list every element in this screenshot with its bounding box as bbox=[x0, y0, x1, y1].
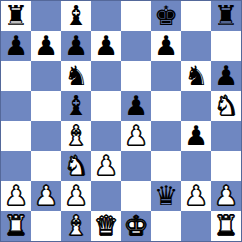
square-f3[interactable] bbox=[151, 151, 181, 181]
square-f4[interactable] bbox=[151, 121, 181, 151]
piece-white-bishop: ♝ bbox=[64, 121, 88, 151]
square-g1[interactable] bbox=[181, 211, 211, 241]
piece-black-pawn: ♟ bbox=[214, 61, 238, 91]
square-g4[interactable]: ♟ bbox=[181, 121, 211, 151]
square-h4[interactable] bbox=[211, 121, 241, 151]
square-b4[interactable] bbox=[31, 121, 61, 151]
square-g7[interactable] bbox=[181, 31, 211, 61]
square-e8[interactable] bbox=[121, 1, 151, 31]
square-e1[interactable]: ♚ bbox=[121, 211, 151, 241]
piece-black-bishop: ♝ bbox=[64, 91, 88, 121]
piece-white-pawn: ♟ bbox=[124, 121, 148, 151]
piece-black-knight: ♞ bbox=[64, 61, 88, 91]
piece-black-pawn: ♟ bbox=[34, 31, 58, 61]
piece-black-pawn: ♟ bbox=[184, 121, 208, 151]
square-a8[interactable]: ♜ bbox=[1, 1, 31, 31]
square-e6[interactable] bbox=[121, 61, 151, 91]
piece-black-king: ♚ bbox=[154, 1, 178, 31]
piece-white-king: ♚ bbox=[124, 211, 148, 241]
square-b1[interactable] bbox=[31, 211, 61, 241]
square-c7[interactable]: ♟ bbox=[61, 31, 91, 61]
piece-white-pawn: ♟ bbox=[94, 151, 118, 181]
piece-white-rook: ♜ bbox=[214, 211, 238, 241]
square-b7[interactable]: ♟ bbox=[31, 31, 61, 61]
square-f6[interactable] bbox=[151, 61, 181, 91]
square-a1[interactable]: ♜ bbox=[1, 211, 31, 241]
piece-white-knight: ♞ bbox=[214, 91, 238, 121]
piece-white-pawn: ♟ bbox=[34, 181, 58, 211]
square-e5[interactable]: ♟ bbox=[121, 91, 151, 121]
piece-black-knight: ♞ bbox=[184, 61, 208, 91]
square-h3[interactable] bbox=[211, 151, 241, 181]
piece-white-pawn: ♟ bbox=[184, 181, 208, 211]
square-a5[interactable] bbox=[1, 91, 31, 121]
square-c8[interactable]: ♝ bbox=[61, 1, 91, 31]
square-c6[interactable]: ♞ bbox=[61, 61, 91, 91]
square-c1[interactable]: ♝ bbox=[61, 211, 91, 241]
square-c3[interactable]: ♞ bbox=[61, 151, 91, 181]
square-h1[interactable]: ♜ bbox=[211, 211, 241, 241]
square-b8[interactable] bbox=[31, 1, 61, 31]
square-f7[interactable]: ♟ bbox=[151, 31, 181, 61]
piece-black-queen: ♛ bbox=[154, 181, 178, 211]
square-c4[interactable]: ♝ bbox=[61, 121, 91, 151]
square-b3[interactable] bbox=[31, 151, 61, 181]
square-a7[interactable]: ♟ bbox=[1, 31, 31, 61]
piece-white-rook: ♜ bbox=[4, 211, 28, 241]
square-h8[interactable]: ♜ bbox=[211, 1, 241, 31]
square-a4[interactable] bbox=[1, 121, 31, 151]
square-b5[interactable] bbox=[31, 91, 61, 121]
square-b2[interactable]: ♟ bbox=[31, 181, 61, 211]
piece-black-pawn: ♟ bbox=[4, 31, 28, 61]
square-f1[interactable] bbox=[151, 211, 181, 241]
square-g5[interactable] bbox=[181, 91, 211, 121]
square-b6[interactable] bbox=[31, 61, 61, 91]
square-g8[interactable] bbox=[181, 1, 211, 31]
piece-white-pawn: ♟ bbox=[4, 181, 28, 211]
square-d2[interactable] bbox=[91, 181, 121, 211]
square-h2[interactable]: ♟ bbox=[211, 181, 241, 211]
piece-black-pawn: ♟ bbox=[124, 91, 148, 121]
square-h7[interactable] bbox=[211, 31, 241, 61]
chess-board: ♜♝♚♜♟♟♟♟♟♞♞♟♝♟♞♝♟♟♞♟♟♟♟♛♟♟♜♝♛♚♜ bbox=[0, 0, 242, 242]
square-f5[interactable] bbox=[151, 91, 181, 121]
square-c5[interactable]: ♝ bbox=[61, 91, 91, 121]
square-h5[interactable]: ♞ bbox=[211, 91, 241, 121]
square-a2[interactable]: ♟ bbox=[1, 181, 31, 211]
square-d7[interactable]: ♟ bbox=[91, 31, 121, 61]
square-e2[interactable] bbox=[121, 181, 151, 211]
square-g3[interactable] bbox=[181, 151, 211, 181]
piece-white-knight: ♞ bbox=[64, 151, 88, 181]
square-d3[interactable]: ♟ bbox=[91, 151, 121, 181]
piece-black-bishop: ♝ bbox=[64, 1, 88, 31]
square-h6[interactable]: ♟ bbox=[211, 61, 241, 91]
square-a6[interactable] bbox=[1, 61, 31, 91]
piece-black-pawn: ♟ bbox=[94, 31, 118, 61]
square-e7[interactable] bbox=[121, 31, 151, 61]
piece-black-rook: ♜ bbox=[214, 1, 238, 31]
piece-white-queen: ♛ bbox=[94, 211, 118, 241]
square-d1[interactable]: ♛ bbox=[91, 211, 121, 241]
square-f2[interactable]: ♛ bbox=[151, 181, 181, 211]
square-e4[interactable]: ♟ bbox=[121, 121, 151, 151]
piece-black-pawn: ♟ bbox=[154, 31, 178, 61]
piece-white-pawn: ♟ bbox=[214, 181, 238, 211]
piece-black-rook: ♜ bbox=[4, 1, 28, 31]
square-d5[interactable] bbox=[91, 91, 121, 121]
piece-black-pawn: ♟ bbox=[64, 31, 88, 61]
square-e3[interactable] bbox=[121, 151, 151, 181]
piece-white-bishop: ♝ bbox=[64, 211, 88, 241]
square-d8[interactable] bbox=[91, 1, 121, 31]
square-f8[interactable]: ♚ bbox=[151, 1, 181, 31]
square-d6[interactable] bbox=[91, 61, 121, 91]
square-g2[interactable]: ♟ bbox=[181, 181, 211, 211]
piece-white-pawn: ♟ bbox=[64, 181, 88, 211]
square-c2[interactable]: ♟ bbox=[61, 181, 91, 211]
square-d4[interactable] bbox=[91, 121, 121, 151]
square-a3[interactable] bbox=[1, 151, 31, 181]
square-g6[interactable]: ♞ bbox=[181, 61, 211, 91]
